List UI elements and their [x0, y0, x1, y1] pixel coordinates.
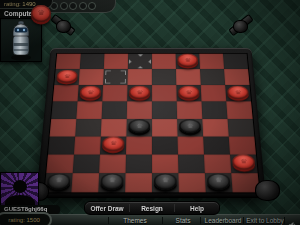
- red-piece[interactable]: ♛: [178, 85, 200, 98]
- square-r7c2[interactable]: ♛: [98, 173, 125, 192]
- tray-slot: [88, 2, 96, 10]
- red-piece[interactable]: ♛: [79, 85, 101, 98]
- square-r2c0[interactable]: [53, 85, 79, 101]
- crown-emblem: ♛: [108, 178, 116, 185]
- square-r3c4[interactable]: [152, 102, 177, 119]
- square-r6c4[interactable]: [152, 154, 178, 173]
- game-buttons-bar: Offer Draw Resign Help: [84, 201, 220, 215]
- board-corner-knob: [56, 20, 71, 33]
- square-r3c3[interactable]: [127, 102, 152, 119]
- square-r0c5[interactable]: ♛: [176, 54, 200, 70]
- square-r3c5[interactable]: [177, 102, 203, 119]
- divider: [162, 217, 163, 224]
- crown-emblem: ♛: [185, 89, 193, 95]
- guest-rating-capsule: rating: 1500: [0, 212, 52, 225]
- divider: [243, 217, 244, 224]
- offer-draw-button[interactable]: Offer Draw: [85, 202, 129, 214]
- square-r6c5[interactable]: [178, 154, 205, 173]
- stats-button[interactable]: Stats: [166, 215, 200, 225]
- square-r6c1[interactable]: [73, 154, 100, 173]
- square-r2c4[interactable]: [152, 85, 177, 101]
- red-piece[interactable]: ♛: [56, 69, 78, 82]
- crown-emblem: ♛: [161, 178, 169, 185]
- leaderboard-button[interactable]: Leaderboard: [203, 215, 243, 225]
- square-r2c3[interactable]: ♛: [127, 85, 152, 101]
- crown-emblem: ♛: [234, 89, 242, 95]
- black-piece[interactable]: ♛: [46, 173, 71, 189]
- square-r4c5[interactable]: ♛: [177, 119, 203, 137]
- square-r7c6[interactable]: ♛: [205, 173, 233, 192]
- square-r3c0[interactable]: [51, 102, 77, 119]
- exit-to-lobby-button[interactable]: Exit to Lobby: [246, 215, 284, 225]
- square-r7c4[interactable]: ♛: [152, 173, 179, 192]
- checkers-board: ♛♛♛♛♛♛♛♛♛♛♛♛♛♛: [36, 48, 266, 198]
- robot-icon: [1, 19, 41, 61]
- square-r0c2[interactable]: [104, 54, 128, 70]
- square-r4c0[interactable]: [50, 119, 77, 137]
- resign-button[interactable]: Resign: [130, 202, 174, 214]
- square-r7c1[interactable]: [71, 173, 99, 192]
- selected-square-marker: [103, 69, 128, 85]
- help-button[interactable]: Help: [175, 202, 219, 214]
- black-piece[interactable]: ♛: [128, 119, 150, 133]
- move-target-marker: [128, 54, 152, 70]
- themes-button[interactable]: Themes: [112, 215, 158, 225]
- crown-emblem: ♛: [55, 178, 63, 185]
- square-r4c7[interactable]: [227, 119, 254, 137]
- captured-red-piece: ♛: [31, 5, 51, 22]
- black-piece[interactable]: ♛: [100, 173, 124, 189]
- guest-avatar: [0, 172, 39, 208]
- square-r3c2[interactable]: [102, 102, 128, 119]
- square-r4c6[interactable]: [202, 119, 228, 137]
- red-piece[interactable]: ♛: [227, 85, 250, 98]
- crown-emblem: ♛: [63, 73, 71, 78]
- square-r3c1[interactable]: [76, 102, 102, 119]
- computer-avatar: [0, 18, 42, 62]
- square-r2c7[interactable]: ♛: [225, 85, 251, 101]
- crown-emblem: ♛: [136, 89, 143, 95]
- silhouette-icon: [13, 180, 27, 193]
- square-r1c7[interactable]: [224, 69, 250, 85]
- square-r6c3[interactable]: [126, 154, 152, 173]
- square-r1c3[interactable]: [127, 69, 151, 85]
- square-r4c1[interactable]: [75, 119, 101, 137]
- red-piece[interactable]: ♛: [129, 85, 151, 98]
- square-r2c5[interactable]: ♛: [176, 85, 201, 101]
- black-piece[interactable]: ♛: [179, 119, 202, 133]
- square-r0c1[interactable]: [80, 54, 105, 70]
- crown-emblem: ♛: [135, 123, 143, 129]
- tray-slot: [79, 2, 87, 10]
- square-r1c1[interactable]: [79, 69, 104, 85]
- guest-rating: rating: 1500: [8, 217, 40, 223]
- square-r2c6[interactable]: [201, 85, 227, 101]
- crown-emblem: ♛: [184, 58, 191, 63]
- red-piece[interactable]: ♛: [177, 54, 198, 67]
- game-screen: ♛♛♛♛♛♛♛♛♛♛♛♛♛♛ ♛ rating: 1490 Computer: [0, 0, 300, 225]
- speaker-icon[interactable]: [288, 216, 297, 225]
- square-r3c6[interactable]: [202, 102, 228, 119]
- square-r1c5[interactable]: [176, 69, 201, 85]
- tray-slot: [60, 2, 68, 10]
- square-r0c4[interactable]: [152, 54, 176, 70]
- square-r5c2[interactable]: ♛: [100, 136, 126, 154]
- red-piece[interactable]: ♛: [232, 155, 256, 170]
- square-r1c4[interactable]: [152, 69, 176, 85]
- square-r1c2[interactable]: [103, 69, 128, 85]
- crown-emblem: ♛: [186, 123, 194, 129]
- square-r2c1[interactable]: ♛: [78, 85, 104, 101]
- crown-emblem: ♛: [87, 89, 95, 95]
- board-grid: ♛♛♛♛♛♛♛♛♛♛♛♛♛♛: [43, 53, 260, 193]
- square-r6c2[interactable]: [99, 154, 126, 173]
- square-r4c2[interactable]: [101, 119, 127, 137]
- square-r4c3[interactable]: ♛: [126, 119, 152, 137]
- square-r5c3[interactable]: [126, 136, 152, 154]
- square-r5c5[interactable]: [178, 136, 204, 154]
- square-r4c4[interactable]: [152, 119, 178, 137]
- square-r5c6[interactable]: [203, 136, 230, 154]
- square-r0c7[interactable]: [223, 54, 248, 70]
- board-corner-knob: [255, 180, 280, 201]
- square-r6c7[interactable]: ♛: [230, 154, 258, 173]
- divider: [108, 217, 109, 224]
- square-r0c6[interactable]: [199, 54, 224, 70]
- square-r7c3[interactable]: [125, 173, 152, 192]
- square-r5c0[interactable]: [48, 136, 75, 154]
- crown-emblem: ♛: [214, 178, 222, 185]
- square-r2c2[interactable]: [102, 85, 127, 101]
- crown-emblem: ♛: [109, 141, 117, 147]
- square-r0c0[interactable]: [56, 54, 81, 70]
- tray-slot: [69, 2, 77, 10]
- crown-emblem: ♛: [37, 10, 45, 17]
- square-r5c4[interactable]: [152, 136, 178, 154]
- square-r5c1[interactable]: [74, 136, 101, 154]
- square-r7c5[interactable]: [178, 173, 205, 192]
- square-r1c6[interactable]: [200, 69, 225, 85]
- divider: [200, 217, 201, 224]
- red-piece[interactable]: ♛: [102, 137, 125, 152]
- square-r5c7[interactable]: [229, 136, 256, 154]
- board-corner-knob: [233, 20, 248, 33]
- square-r6c6[interactable]: [204, 154, 231, 173]
- crown-emblem: ♛: [239, 159, 247, 165]
- divider: [284, 217, 285, 224]
- square-r3c7[interactable]: [226, 102, 252, 119]
- square-r6c0[interactable]: [46, 154, 74, 173]
- square-r1c0[interactable]: ♛: [54, 69, 80, 85]
- black-piece[interactable]: ♛: [206, 173, 230, 189]
- square-r0c3[interactable]: [128, 54, 152, 70]
- black-piece[interactable]: ♛: [154, 173, 178, 189]
- board-frame: ♛♛♛♛♛♛♛♛♛♛♛♛♛♛: [36, 48, 266, 198]
